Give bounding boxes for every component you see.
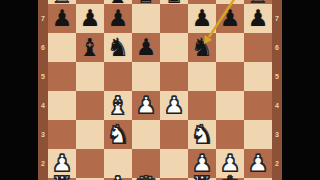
piece-white-bishop[interactable]: ♝ bbox=[107, 173, 129, 180]
square-c7[interactable]: ♟ bbox=[104, 4, 132, 33]
piece-white-rook[interactable]: ♜ bbox=[51, 173, 73, 180]
piece-white-knight[interactable]: ♞ bbox=[191, 122, 213, 147]
piece-black-pawn[interactable]: ♟ bbox=[108, 7, 129, 30]
rank-label-5: 5 bbox=[38, 62, 48, 91]
square-f5[interactable] bbox=[188, 62, 216, 91]
square-d3[interactable] bbox=[132, 120, 160, 149]
square-f1[interactable]: ♜ bbox=[188, 178, 216, 180]
square-g1[interactable]: ♚ bbox=[216, 178, 244, 180]
piece-white-pawn[interactable]: ♟ bbox=[164, 94, 185, 117]
piece-white-bishop[interactable]: ♝ bbox=[107, 93, 129, 118]
square-g5[interactable] bbox=[216, 62, 244, 91]
rank-label-5: 5 bbox=[272, 62, 282, 91]
square-a3[interactable] bbox=[48, 120, 76, 149]
square-e6[interactable] bbox=[160, 33, 188, 62]
square-c5[interactable] bbox=[104, 62, 132, 91]
square-h4[interactable] bbox=[244, 91, 272, 120]
rank-label-3: 3 bbox=[38, 120, 48, 149]
square-h5[interactable] bbox=[244, 62, 272, 91]
piece-white-pawn[interactable]: ♟ bbox=[136, 94, 157, 117]
square-h2[interactable]: ♟ bbox=[244, 149, 272, 178]
rank-label-6: 6 bbox=[272, 33, 282, 62]
square-g6[interactable] bbox=[216, 33, 244, 62]
piece-white-king[interactable]: ♚ bbox=[219, 173, 241, 180]
piece-white-knight[interactable]: ♞ bbox=[107, 122, 129, 147]
square-g3[interactable] bbox=[216, 120, 244, 149]
rank-label-2: 2 bbox=[272, 149, 282, 178]
piece-black-pawn[interactable]: ♟ bbox=[80, 7, 101, 30]
square-b6[interactable]: ♝ bbox=[76, 33, 104, 62]
square-e7[interactable] bbox=[160, 4, 188, 33]
square-h1[interactable] bbox=[244, 178, 272, 180]
piece-black-pawn[interactable]: ♟ bbox=[248, 7, 269, 30]
square-a5[interactable] bbox=[48, 62, 76, 91]
square-f3[interactable]: ♞ bbox=[188, 120, 216, 149]
square-b2[interactable] bbox=[76, 149, 104, 178]
video-frame: 765432 ♜♝♛♚♜♟♟♟♟♟♟♝♞♟♞♝♟♟♞♞♟♟♟♟♜♝♛♜♚ 765… bbox=[0, 0, 320, 180]
square-e2[interactable] bbox=[160, 149, 188, 178]
rank-label-4: 4 bbox=[272, 91, 282, 120]
square-e5[interactable] bbox=[160, 62, 188, 91]
piece-black-pawn[interactable]: ♟ bbox=[52, 7, 73, 30]
piece-black-knight[interactable]: ♞ bbox=[191, 35, 213, 60]
square-a7[interactable]: ♟ bbox=[48, 4, 76, 33]
square-g4[interactable] bbox=[216, 91, 244, 120]
rank-label-7: 7 bbox=[272, 4, 282, 33]
square-h6[interactable] bbox=[244, 33, 272, 62]
square-c3[interactable]: ♞ bbox=[104, 120, 132, 149]
square-a4[interactable] bbox=[48, 91, 76, 120]
square-d5[interactable] bbox=[132, 62, 160, 91]
square-e1[interactable] bbox=[160, 178, 188, 180]
square-a6[interactable] bbox=[48, 33, 76, 62]
square-c4[interactable]: ♝ bbox=[104, 91, 132, 120]
rank-label-4: 4 bbox=[38, 91, 48, 120]
square-b7[interactable]: ♟ bbox=[76, 4, 104, 33]
square-e3[interactable] bbox=[160, 120, 188, 149]
chess-board: 765432 ♜♝♛♚♜♟♟♟♟♟♟♝♞♟♞♝♟♟♞♞♟♟♟♟♜♝♛♜♚ 765… bbox=[38, 0, 282, 180]
square-f4[interactable] bbox=[188, 91, 216, 120]
square-g7[interactable]: ♟ bbox=[216, 4, 244, 33]
square-f6[interactable]: ♞ bbox=[188, 33, 216, 62]
square-e4[interactable]: ♟ bbox=[160, 91, 188, 120]
rank-label-7: 7 bbox=[38, 4, 48, 33]
piece-black-pawn[interactable]: ♟ bbox=[136, 36, 157, 59]
square-f7[interactable]: ♟ bbox=[188, 4, 216, 33]
square-c1[interactable]: ♝ bbox=[104, 178, 132, 180]
rank-label-3: 3 bbox=[272, 120, 282, 149]
square-d6[interactable]: ♟ bbox=[132, 33, 160, 62]
piece-black-knight[interactable]: ♞ bbox=[107, 35, 129, 60]
piece-white-pawn[interactable]: ♟ bbox=[248, 152, 269, 175]
square-h3[interactable] bbox=[244, 120, 272, 149]
left-letterbox-bar bbox=[0, 0, 38, 180]
square-c6[interactable]: ♞ bbox=[104, 33, 132, 62]
piece-black-pawn[interactable]: ♟ bbox=[220, 7, 241, 30]
square-h7[interactable]: ♟ bbox=[244, 4, 272, 33]
square-a1[interactable]: ♜ bbox=[48, 178, 76, 180]
rank-label-6: 6 bbox=[38, 33, 48, 62]
piece-black-bishop[interactable]: ♝ bbox=[79, 35, 101, 60]
piece-white-rook[interactable]: ♜ bbox=[191, 173, 213, 180]
square-b5[interactable] bbox=[76, 62, 104, 91]
square-b1[interactable] bbox=[76, 178, 104, 180]
board-squares: ♜♝♛♚♜♟♟♟♟♟♟♝♞♟♞♝♟♟♞♞♟♟♟♟♜♝♛♜♚ bbox=[48, 0, 272, 180]
right-letterbox-bar bbox=[282, 0, 320, 180]
rank-label-2: 2 bbox=[38, 149, 48, 178]
square-b3[interactable] bbox=[76, 120, 104, 149]
square-d7[interactable] bbox=[132, 4, 160, 33]
piece-white-queen[interactable]: ♛ bbox=[135, 173, 157, 180]
square-d1[interactable]: ♛ bbox=[132, 178, 160, 180]
piece-black-pawn[interactable]: ♟ bbox=[192, 7, 213, 30]
square-b4[interactable] bbox=[76, 91, 104, 120]
square-d4[interactable]: ♟ bbox=[132, 91, 160, 120]
